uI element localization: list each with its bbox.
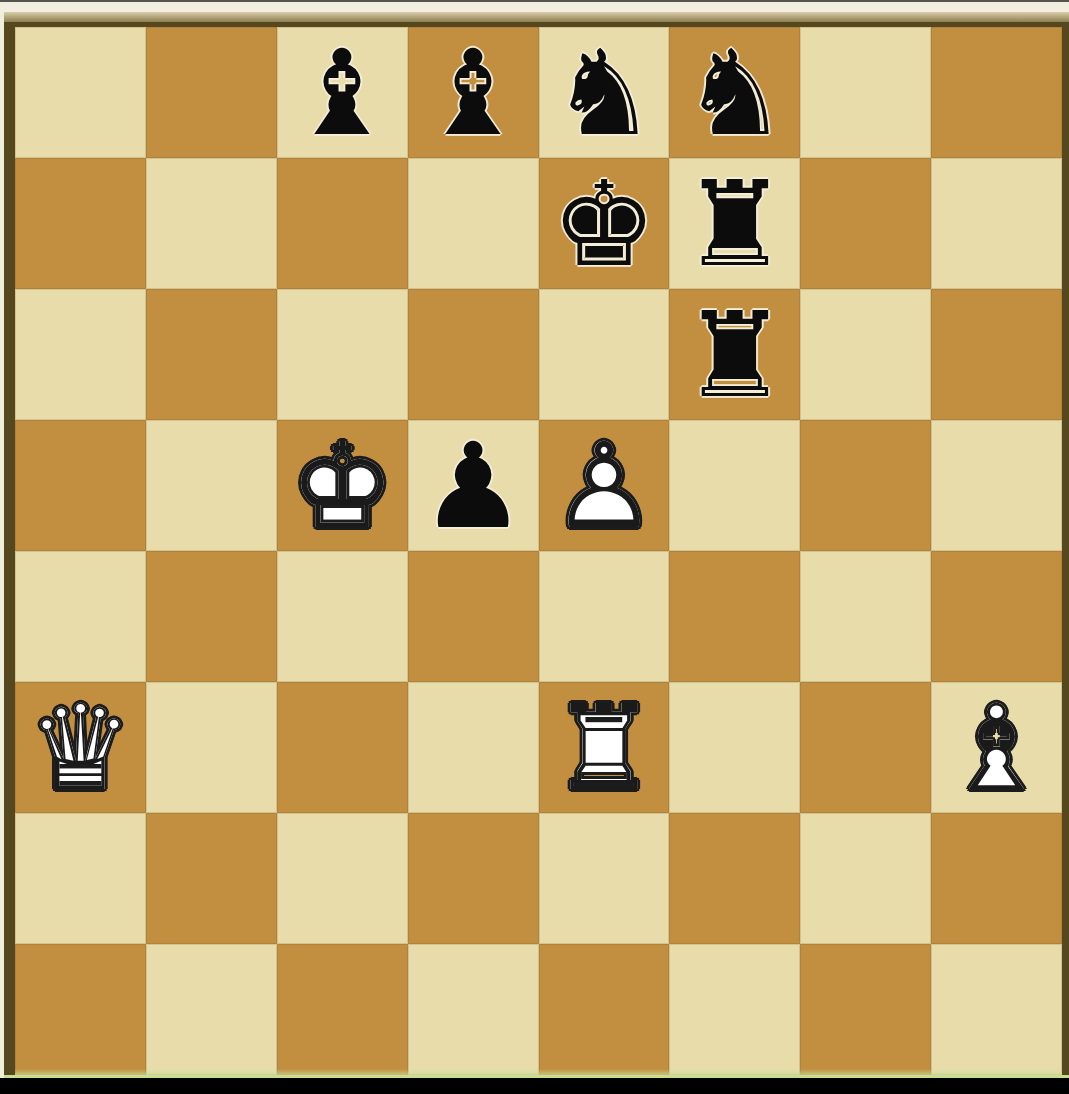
square-h8[interactable] (931, 27, 1062, 158)
square-b3[interactable] (146, 682, 277, 813)
square-b2[interactable] (146, 813, 277, 944)
square-a5[interactable] (15, 420, 146, 551)
square-h6[interactable] (931, 289, 1062, 420)
white-pawn: ♟♙ (539, 420, 670, 551)
square-d6[interactable] (408, 289, 539, 420)
square-d8[interactable]: ♝ (408, 27, 539, 158)
chess-board-frame: ♝♝♞♞♚♜♜♚♔♟♟♙♛♕♜♖♝♗ (4, 22, 1069, 1075)
square-e1[interactable] (539, 944, 670, 1075)
square-a8[interactable] (15, 27, 146, 158)
square-b6[interactable] (146, 289, 277, 420)
black-king: ♚ (539, 158, 670, 289)
square-b8[interactable] (146, 27, 277, 158)
square-a3[interactable]: ♛♕ (15, 682, 146, 813)
square-c2[interactable] (277, 813, 408, 944)
black-bishop: ♝ (408, 27, 539, 158)
square-e4[interactable] (539, 551, 670, 682)
square-g7[interactable] (800, 158, 931, 289)
black-rook: ♜ (669, 289, 800, 420)
square-f6[interactable]: ♜ (669, 289, 800, 420)
square-f7[interactable]: ♜ (669, 158, 800, 289)
square-f4[interactable] (669, 551, 800, 682)
square-f3[interactable] (669, 682, 800, 813)
square-e6[interactable] (539, 289, 670, 420)
square-e8[interactable]: ♞ (539, 27, 670, 158)
square-g8[interactable] (800, 27, 931, 158)
white-rook: ♜♖ (539, 682, 670, 813)
square-f5[interactable] (669, 420, 800, 551)
square-g1[interactable] (800, 944, 931, 1075)
square-a7[interactable] (15, 158, 146, 289)
square-f1[interactable] (669, 944, 800, 1075)
square-a6[interactable] (15, 289, 146, 420)
square-c4[interactable] (277, 551, 408, 682)
square-h2[interactable] (931, 813, 1062, 944)
square-c7[interactable] (277, 158, 408, 289)
square-e7[interactable]: ♚ (539, 158, 670, 289)
square-h4[interactable] (931, 551, 1062, 682)
square-a4[interactable] (15, 551, 146, 682)
square-c3[interactable] (277, 682, 408, 813)
black-knight: ♞ (669, 27, 800, 158)
square-g3[interactable] (800, 682, 931, 813)
square-b1[interactable] (146, 944, 277, 1075)
square-c6[interactable] (277, 289, 408, 420)
square-c5[interactable]: ♚♔ (277, 420, 408, 551)
white-king: ♚♔ (277, 420, 408, 551)
square-g5[interactable] (800, 420, 931, 551)
square-h5[interactable] (931, 420, 1062, 551)
square-d2[interactable] (408, 813, 539, 944)
chess-board: ♝♝♞♞♚♜♜♚♔♟♟♙♛♕♜♖♝♗ (15, 27, 1062, 1075)
top-white-strip (0, 0, 1069, 12)
white-bishop: ♝♗ (931, 682, 1062, 813)
square-d5[interactable]: ♟ (408, 420, 539, 551)
square-g6[interactable] (800, 289, 931, 420)
square-e2[interactable] (539, 813, 670, 944)
square-h7[interactable] (931, 158, 1062, 289)
square-d1[interactable] (408, 944, 539, 1075)
square-b7[interactable] (146, 158, 277, 289)
square-g2[interactable] (800, 813, 931, 944)
black-bishop: ♝ (277, 27, 408, 158)
square-c1[interactable] (277, 944, 408, 1075)
chess-diagram-page: ♝♝♞♞♚♜♜♚♔♟♟♙♛♕♜♖♝♗ (0, 0, 1069, 1094)
square-d3[interactable] (408, 682, 539, 813)
square-c8[interactable]: ♝ (277, 27, 408, 158)
square-g4[interactable] (800, 551, 931, 682)
square-f2[interactable] (669, 813, 800, 944)
square-f8[interactable]: ♞ (669, 27, 800, 158)
white-queen: ♛♕ (15, 682, 146, 813)
square-a1[interactable] (15, 944, 146, 1075)
square-e5[interactable]: ♟♙ (539, 420, 670, 551)
bottom-black-bar (0, 1078, 1069, 1094)
black-pawn: ♟ (408, 420, 539, 551)
square-a2[interactable] (15, 813, 146, 944)
square-d4[interactable] (408, 551, 539, 682)
black-knight: ♞ (539, 27, 670, 158)
square-d7[interactable] (408, 158, 539, 289)
black-rook: ♜ (669, 158, 800, 289)
square-b4[interactable] (146, 551, 277, 682)
square-e3[interactable]: ♜♖ (539, 682, 670, 813)
frame-top-band (0, 12, 1069, 22)
square-b5[interactable] (146, 420, 277, 551)
square-h1[interactable] (931, 944, 1062, 1075)
square-h3[interactable]: ♝♗ (931, 682, 1062, 813)
